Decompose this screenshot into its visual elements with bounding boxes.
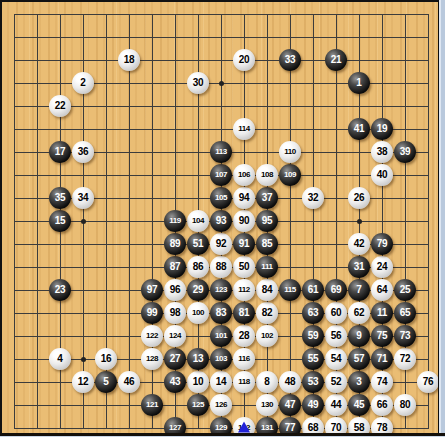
move-number: 66 (377, 400, 387, 410)
move-number: 83 (216, 308, 226, 318)
move-number: 9 (356, 331, 362, 341)
move-number: 21 (331, 55, 341, 65)
stone-13[interactable]: 13 (187, 348, 209, 370)
move-number: 123 (215, 286, 227, 294)
stone-57[interactable]: 57 (348, 348, 370, 370)
move-number: 24 (377, 262, 387, 272)
stone-41[interactable]: 41 (348, 118, 370, 140)
stone-42[interactable]: 42 (348, 233, 370, 255)
move-number: 94 (239, 193, 249, 203)
board-frame-bottom (0, 433, 445, 437)
stone-63[interactable]: 63 (302, 302, 324, 324)
move-number: 33 (285, 55, 295, 65)
stone-108[interactable]: 108 (256, 164, 278, 186)
stone-8[interactable]: 8 (256, 371, 278, 393)
move-number: 25 (400, 285, 410, 295)
move-number: 11 (377, 308, 387, 318)
move-number: 112 (238, 286, 250, 294)
stone-128[interactable]: 128 (141, 348, 163, 370)
move-number: 108 (261, 171, 273, 179)
stone-24[interactable]: 24 (371, 256, 393, 278)
stone-84[interactable]: 84 (256, 279, 278, 301)
stone-47[interactable]: 47 (279, 394, 301, 416)
stone-88[interactable]: 88 (210, 256, 232, 278)
stone-50[interactable]: 50 (233, 256, 255, 278)
stone-66[interactable]: 66 (371, 394, 393, 416)
move-number: 16 (101, 354, 111, 364)
board-frame-top (0, 0, 445, 2)
stone-12[interactable]: 12 (72, 371, 94, 393)
stone-25[interactable]: 25 (394, 279, 416, 301)
move-number: 113 (215, 148, 227, 156)
move-number: 98 (170, 308, 180, 318)
star-point (219, 81, 224, 86)
stone-19[interactable]: 19 (371, 118, 393, 140)
stone-102[interactable]: 102 (256, 325, 278, 347)
stone-85[interactable]: 85 (256, 233, 278, 255)
move-number: 102 (261, 332, 273, 340)
stone-38[interactable]: 38 (371, 141, 393, 163)
move-number: 106 (238, 171, 250, 179)
stone-113[interactable]: 113 (210, 141, 232, 163)
move-number: 114 (238, 125, 250, 133)
stone-69[interactable]: 69 (325, 279, 347, 301)
move-number: 70 (331, 423, 341, 433)
stone-18[interactable]: 18 (118, 49, 140, 71)
stone-61[interactable]: 61 (302, 279, 324, 301)
move-number: 109 (284, 171, 296, 179)
stone-87[interactable]: 87 (164, 256, 186, 278)
move-number: 38 (377, 147, 387, 157)
move-number: 110 (284, 148, 296, 156)
stone-33[interactable]: 33 (279, 49, 301, 71)
stone-124[interactable]: 124 (164, 325, 186, 347)
stone-45[interactable]: 45 (348, 394, 370, 416)
move-number: 17 (55, 147, 65, 157)
stone-15[interactable]: 15 (49, 210, 71, 232)
stone-3[interactable]: 3 (348, 371, 370, 393)
board-frame-right (438, 0, 445, 437)
move-number: 57 (354, 354, 364, 364)
move-number: 80 (400, 400, 410, 410)
stone-101[interactable]: 101 (210, 325, 232, 347)
move-number: 50 (239, 262, 249, 272)
stone-99[interactable]: 99 (141, 302, 163, 324)
stone-36[interactable]: 36 (72, 141, 94, 163)
move-number: 79 (377, 239, 387, 249)
star-point (81, 219, 86, 224)
stone-118[interactable]: 118 (233, 371, 255, 393)
move-number: 26 (354, 193, 364, 203)
move-number: 31 (354, 262, 364, 272)
move-number: 121 (146, 401, 158, 409)
stone-30[interactable]: 30 (187, 72, 209, 94)
stone-95[interactable]: 95 (256, 210, 278, 232)
move-number: 49 (308, 400, 318, 410)
move-number: 76 (423, 377, 433, 387)
move-number: 100 (192, 309, 204, 317)
move-number: 46 (124, 377, 134, 387)
move-number: 122 (146, 332, 158, 340)
move-number: 44 (331, 400, 341, 410)
move-number: 73 (400, 331, 410, 341)
move-number: 41 (354, 124, 364, 134)
stone-34[interactable]: 34 (72, 187, 94, 209)
stone-22[interactable]: 22 (49, 95, 71, 117)
move-number: 23 (55, 285, 65, 295)
move-number: 81 (239, 308, 249, 318)
move-number: 75 (377, 331, 387, 341)
star-point (357, 219, 362, 224)
move-number: 93 (216, 216, 226, 226)
star-point (81, 357, 86, 362)
move-number: 15 (55, 216, 65, 226)
stone-59[interactable]: 59 (302, 325, 324, 347)
stone-23[interactable]: 23 (49, 279, 71, 301)
move-number: 2 (80, 78, 86, 88)
stone-21[interactable]: 21 (325, 49, 347, 71)
move-number: 95 (262, 216, 272, 226)
move-number: 118 (238, 378, 250, 386)
move-number: 56 (331, 331, 341, 341)
move-number: 107 (215, 171, 227, 179)
move-number: 14 (216, 377, 226, 387)
move-number: 119 (169, 217, 181, 225)
move-number: 89 (170, 239, 180, 249)
move-number: 130 (261, 401, 273, 409)
stone-115[interactable]: 115 (279, 279, 301, 301)
move-number: 85 (262, 239, 272, 249)
stone-94[interactable]: 94 (233, 187, 255, 209)
stone-9[interactable]: 9 (348, 325, 370, 347)
move-number: 30 (193, 78, 203, 88)
stone-111[interactable]: 111 (256, 256, 278, 278)
stone-89[interactable]: 89 (164, 233, 186, 255)
stone-92[interactable]: 92 (210, 233, 232, 255)
stone-103[interactable]: 103 (210, 348, 232, 370)
move-number: 124 (169, 332, 181, 340)
move-number: 111 (261, 263, 272, 271)
move-number: 3 (356, 377, 362, 387)
move-number: 74 (377, 377, 387, 387)
last-move-marker (238, 422, 250, 433)
move-number: 48 (285, 377, 295, 387)
stone-97[interactable]: 97 (141, 279, 163, 301)
stone-43[interactable]: 43 (164, 371, 186, 393)
move-number: 35 (55, 193, 65, 203)
stone-4[interactable]: 4 (49, 348, 71, 370)
move-number: 128 (146, 355, 158, 363)
stone-72[interactable]: 72 (394, 348, 416, 370)
stone-74[interactable]: 74 (371, 371, 393, 393)
stone-32[interactable]: 32 (302, 187, 324, 209)
move-number: 1 (356, 78, 362, 88)
stone-93[interactable]: 93 (210, 210, 232, 232)
stone-100[interactable]: 100 (187, 302, 209, 324)
stone-114[interactable]: 114 (233, 118, 255, 140)
stone-46[interactable]: 46 (118, 371, 140, 393)
stone-121[interactable]: 121 (141, 394, 163, 416)
move-number: 105 (215, 194, 227, 202)
stone-1[interactable]: 1 (348, 72, 370, 94)
stone-44[interactable]: 44 (325, 394, 347, 416)
move-number: 39 (400, 147, 410, 157)
move-number: 82 (262, 308, 272, 318)
stone-26[interactable]: 26 (348, 187, 370, 209)
move-number: 62 (354, 308, 364, 318)
move-number: 34 (78, 193, 88, 203)
stone-122[interactable]: 122 (141, 325, 163, 347)
move-number: 28 (239, 331, 249, 341)
stone-109[interactable]: 109 (279, 164, 301, 186)
move-number: 7 (356, 285, 362, 295)
move-number: 54 (331, 354, 341, 364)
move-number: 55 (308, 354, 318, 364)
go-board[interactable]: 1234578910111213141516171819202122232425… (0, 0, 445, 437)
move-number: 36 (78, 147, 88, 157)
stone-110[interactable]: 110 (279, 141, 301, 163)
stone-73[interactable]: 73 (394, 325, 416, 347)
stone-55[interactable]: 55 (302, 348, 324, 370)
move-number: 101 (215, 332, 227, 340)
move-number: 43 (170, 377, 180, 387)
stone-7[interactable]: 7 (348, 279, 370, 301)
move-number: 51 (193, 239, 203, 249)
stone-96[interactable]: 96 (164, 279, 186, 301)
stone-54[interactable]: 54 (325, 348, 347, 370)
move-number: 68 (308, 423, 318, 433)
stone-123[interactable]: 123 (210, 279, 232, 301)
move-number: 131 (261, 424, 273, 432)
move-number: 20 (239, 55, 249, 65)
move-number: 115 (284, 286, 296, 294)
move-number: 52 (331, 377, 341, 387)
stone-51[interactable]: 51 (187, 233, 209, 255)
stone-62[interactable]: 62 (348, 302, 370, 324)
move-number: 45 (354, 400, 364, 410)
move-number: 19 (377, 124, 387, 134)
move-number: 90 (239, 216, 249, 226)
stone-5[interactable]: 5 (95, 371, 117, 393)
stone-28[interactable]: 28 (233, 325, 255, 347)
move-number: 86 (193, 262, 203, 272)
stone-10[interactable]: 10 (187, 371, 209, 393)
stone-64[interactable]: 64 (371, 279, 393, 301)
board-frame-left (0, 0, 2, 437)
stone-11[interactable]: 11 (371, 302, 393, 324)
stone-39[interactable]: 39 (394, 141, 416, 163)
move-number: 53 (308, 377, 318, 387)
stone-82[interactable]: 82 (256, 302, 278, 324)
move-number: 104 (192, 217, 204, 225)
stone-125[interactable]: 125 (187, 394, 209, 416)
move-number: 71 (377, 354, 387, 364)
move-number: 63 (308, 308, 318, 318)
stone-119[interactable]: 119 (164, 210, 186, 232)
stone-105[interactable]: 105 (210, 187, 232, 209)
stone-49[interactable]: 49 (302, 394, 324, 416)
stone-29[interactable]: 29 (187, 279, 209, 301)
stone-16[interactable]: 16 (95, 348, 117, 370)
stone-17[interactable]: 17 (49, 141, 71, 163)
stone-81[interactable]: 81 (233, 302, 255, 324)
stone-112[interactable]: 112 (233, 279, 255, 301)
move-number: 69 (331, 285, 341, 295)
stone-65[interactable]: 65 (394, 302, 416, 324)
stone-60[interactable]: 60 (325, 302, 347, 324)
stone-79[interactable]: 79 (371, 233, 393, 255)
stone-35[interactable]: 35 (49, 187, 71, 209)
stone-90[interactable]: 90 (233, 210, 255, 232)
move-number: 40 (377, 170, 387, 180)
stone-56[interactable]: 56 (325, 325, 347, 347)
move-number: 5 (103, 377, 109, 387)
move-number: 77 (285, 423, 295, 433)
move-number: 126 (215, 401, 227, 409)
move-number: 13 (193, 354, 203, 364)
move-number: 91 (239, 239, 249, 249)
move-number: 88 (216, 262, 226, 272)
stone-20[interactable]: 20 (233, 49, 255, 71)
move-number: 127 (169, 424, 181, 432)
move-number: 99 (147, 308, 157, 318)
move-number: 103 (215, 355, 227, 363)
move-number: 125 (192, 401, 204, 409)
move-number: 18 (124, 55, 134, 65)
move-number: 129 (215, 424, 227, 432)
move-number: 58 (354, 423, 364, 433)
move-number: 84 (262, 285, 272, 295)
move-number: 12 (78, 377, 88, 387)
move-number: 97 (147, 285, 157, 295)
stone-27[interactable]: 27 (164, 348, 186, 370)
move-number: 60 (331, 308, 341, 318)
move-number: 96 (170, 285, 180, 295)
move-number: 32 (308, 193, 318, 203)
stone-76[interactable]: 76 (417, 371, 439, 393)
move-number: 65 (400, 308, 410, 318)
move-number: 22 (55, 101, 65, 111)
move-number: 29 (193, 285, 203, 295)
stone-107[interactable]: 107 (210, 164, 232, 186)
move-number: 116 (238, 355, 250, 363)
stone-83[interactable]: 83 (210, 302, 232, 324)
move-number: 47 (285, 400, 295, 410)
move-number: 59 (308, 331, 318, 341)
move-number: 42 (354, 239, 364, 249)
stone-91[interactable]: 91 (233, 233, 255, 255)
stone-126[interactable]: 126 (210, 394, 232, 416)
move-number: 4 (57, 354, 63, 364)
move-number: 72 (400, 354, 410, 364)
move-number: 27 (170, 354, 180, 364)
move-number: 8 (264, 377, 270, 387)
stone-53[interactable]: 53 (302, 371, 324, 393)
stone-98[interactable]: 98 (164, 302, 186, 324)
move-number: 92 (216, 239, 226, 249)
stone-71[interactable]: 71 (371, 348, 393, 370)
move-number: 87 (170, 262, 180, 272)
stone-52[interactable]: 52 (325, 371, 347, 393)
move-number: 78 (377, 423, 387, 433)
move-number: 10 (193, 377, 203, 387)
stone-14[interactable]: 14 (210, 371, 232, 393)
stone-104[interactable]: 104 (187, 210, 209, 232)
move-number: 61 (308, 285, 318, 295)
stone-75[interactable]: 75 (371, 325, 393, 347)
stone-106[interactable]: 106 (233, 164, 255, 186)
stone-80[interactable]: 80 (394, 394, 416, 416)
stone-130[interactable]: 130 (256, 394, 278, 416)
stone-31[interactable]: 31 (348, 256, 370, 278)
stone-2[interactable]: 2 (72, 72, 94, 94)
move-number: 64 (377, 285, 387, 295)
move-number: 37 (262, 193, 272, 203)
stone-48[interactable]: 48 (279, 371, 301, 393)
stone-37[interactable]: 37 (256, 187, 278, 209)
stone-116[interactable]: 116 (233, 348, 255, 370)
stone-40[interactable]: 40 (371, 164, 393, 186)
stone-86[interactable]: 86 (187, 256, 209, 278)
